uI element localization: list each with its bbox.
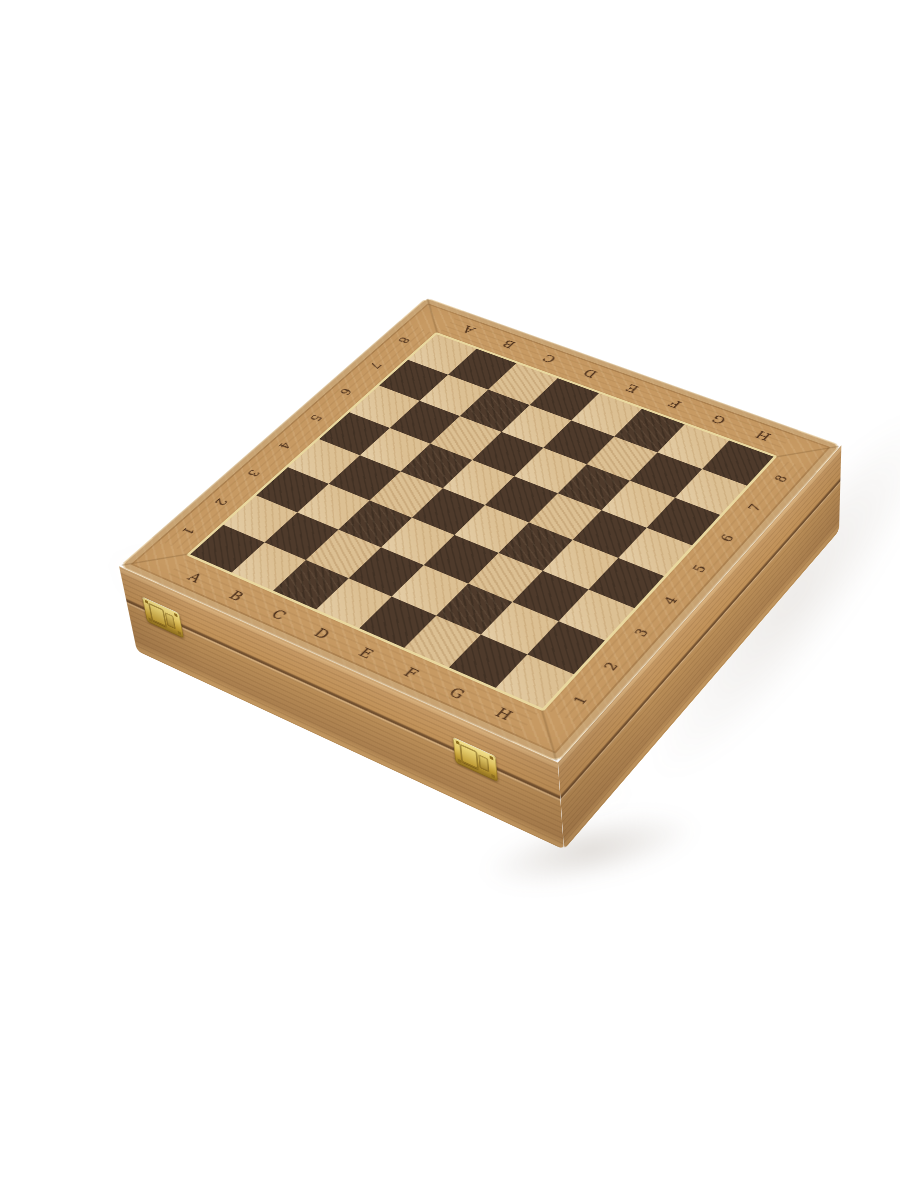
coord-file-h: H xyxy=(492,706,514,722)
square-b1 xyxy=(231,542,306,591)
coord-file-f: F xyxy=(401,666,421,681)
clasp-keeper xyxy=(478,754,489,772)
coord-rank-7: 7 xyxy=(367,361,383,370)
clasp-base-plate xyxy=(142,596,184,638)
square-e3 xyxy=(424,535,499,584)
coord-rank-2: 2 xyxy=(603,661,622,673)
square-e1 xyxy=(359,596,436,647)
square-g2 xyxy=(481,602,558,654)
square-d3 xyxy=(381,517,455,565)
square-d1 xyxy=(316,578,392,628)
coord-rank-1: 1 xyxy=(571,695,590,707)
coord-rank-6: 6 xyxy=(337,387,354,396)
square-h1 xyxy=(495,654,574,708)
miter-joint xyxy=(540,707,557,761)
clasp-flap xyxy=(148,603,167,628)
coord-rank-5: 5 xyxy=(307,413,324,422)
coord-file-g: G xyxy=(710,413,729,425)
coord-rank-2: 2 xyxy=(212,497,229,507)
coord-rank-8: 8 xyxy=(773,474,791,484)
coord-file-e: E xyxy=(624,382,642,393)
chess-box: ABCDEFGH ABCDEFGH 87654321 87654321 xyxy=(119,298,841,763)
square-c1 xyxy=(273,560,349,610)
coord-file-f: F xyxy=(667,398,684,410)
coord-file-a: A xyxy=(185,571,204,584)
miter-joint xyxy=(427,299,439,336)
square-g4 xyxy=(543,540,618,589)
square-h3 xyxy=(558,589,635,640)
coord-file-a: A xyxy=(461,324,478,335)
square-g5 xyxy=(573,510,647,558)
square-h5 xyxy=(618,527,692,576)
coord-file-c: C xyxy=(268,608,288,622)
square-g3 xyxy=(512,571,588,621)
square-f4 xyxy=(498,522,572,570)
square-h2 xyxy=(527,621,605,674)
coord-file-g: G xyxy=(446,686,467,701)
square-e2 xyxy=(392,565,468,615)
product-photo-chess-box: ABCDEFGH ABCDEFGH 87654321 87654321 xyxy=(0,0,900,1200)
square-f1 xyxy=(404,615,481,667)
coord-rank-4: 4 xyxy=(662,595,681,606)
coord-rank-1: 1 xyxy=(179,526,197,536)
square-e4 xyxy=(455,505,529,552)
square-h4 xyxy=(588,558,664,608)
coord-file-d: D xyxy=(582,367,600,379)
chess-box-scene: ABCDEFGH ABCDEFGH 87654321 87654321 xyxy=(203,223,766,786)
square-a1 xyxy=(190,525,264,573)
coord-rank-3: 3 xyxy=(245,468,262,478)
square-d2 xyxy=(349,547,424,596)
clasp-keeper xyxy=(165,612,176,629)
coord-file-c: C xyxy=(541,353,559,364)
coord-rank-7: 7 xyxy=(747,503,765,513)
square-f2 xyxy=(436,583,512,634)
coord-rank-4: 4 xyxy=(276,441,293,451)
coord-rank-6: 6 xyxy=(719,533,737,544)
brass-clasp-left xyxy=(142,596,184,638)
coord-file-d: D xyxy=(311,627,332,642)
square-h6 xyxy=(647,498,720,545)
coord-file-b: B xyxy=(226,589,246,603)
square-f3 xyxy=(468,552,543,602)
coord-rank-3: 3 xyxy=(633,628,652,640)
square-g1 xyxy=(449,634,527,687)
coord-rank-5: 5 xyxy=(691,564,710,575)
brass-clasp-right xyxy=(453,737,498,782)
coord-file-h: H xyxy=(754,429,774,442)
square-c2 xyxy=(306,530,380,578)
coord-rank-8: 8 xyxy=(396,336,412,345)
miter-joint xyxy=(122,553,193,566)
clasp-flap xyxy=(459,743,479,769)
coord-file-e: E xyxy=(356,646,376,660)
clasp-base-plate xyxy=(453,737,498,782)
coord-file-b: B xyxy=(501,338,518,349)
